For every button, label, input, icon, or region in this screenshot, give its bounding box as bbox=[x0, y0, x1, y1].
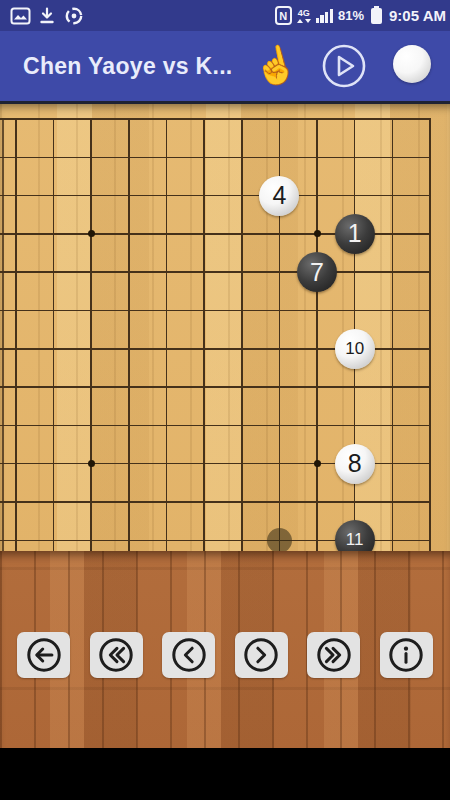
nfc-icon: N bbox=[275, 6, 292, 25]
fast-forward-button[interactable] bbox=[307, 632, 360, 678]
download-icon bbox=[38, 6, 56, 26]
stone-white-R10: 8 bbox=[335, 444, 375, 484]
stone-black-R8: 11 bbox=[335, 520, 375, 551]
grid-line bbox=[15, 118, 17, 551]
grid-line bbox=[0, 118, 431, 120]
chevron-right-icon bbox=[242, 636, 280, 674]
hand-pointer-icon: ☝ bbox=[249, 43, 301, 89]
status-time: 9:05 AM bbox=[389, 7, 446, 24]
stone-white-P17: 4 bbox=[259, 176, 299, 216]
sync-icon bbox=[63, 5, 85, 27]
grid-line bbox=[0, 195, 431, 197]
gallery-icon bbox=[10, 6, 31, 26]
grid-line bbox=[128, 118, 130, 551]
grid-line bbox=[90, 118, 92, 551]
grid-line bbox=[0, 386, 431, 388]
ghost-stone-P8 bbox=[267, 528, 292, 551]
info-button[interactable] bbox=[380, 632, 433, 678]
stone-move-number: 7 bbox=[310, 258, 324, 287]
next-move-button[interactable] bbox=[235, 632, 288, 678]
signal-strength-icon bbox=[316, 8, 333, 23]
go-to-start-button[interactable] bbox=[17, 632, 70, 678]
move-navigation-controls bbox=[17, 632, 433, 678]
grid-line bbox=[429, 118, 431, 551]
stone-black-R16: 1 bbox=[335, 214, 375, 254]
star-point bbox=[88, 230, 95, 237]
hand-pointer-button[interactable]: ☝ bbox=[252, 41, 298, 91]
grid-line bbox=[0, 157, 431, 159]
stone-move-number: 1 bbox=[348, 219, 362, 248]
star-point bbox=[314, 230, 321, 237]
grid-line bbox=[392, 118, 394, 551]
chevron-left-icon bbox=[170, 636, 208, 674]
grid-line bbox=[53, 118, 55, 551]
play-icon bbox=[320, 42, 368, 90]
double-chevron-left-icon bbox=[97, 636, 135, 674]
previous-move-button[interactable] bbox=[162, 632, 215, 678]
circle-arrow-left-icon bbox=[25, 636, 63, 674]
stone-move-number: 10 bbox=[345, 339, 364, 359]
status-bar: N 4G 81% 9:05 AM bbox=[0, 0, 450, 31]
star-point bbox=[88, 460, 95, 467]
battery-percent: 81% bbox=[338, 8, 364, 23]
go-board[interactable]: 14781011 bbox=[0, 101, 450, 551]
grid-line bbox=[241, 118, 243, 551]
battery-icon bbox=[371, 8, 382, 24]
grid-line bbox=[203, 118, 205, 551]
grid-line bbox=[0, 310, 431, 312]
grid-line bbox=[0, 271, 431, 273]
stone-move-number: 4 bbox=[272, 181, 286, 210]
mobile-data-icon: 4G bbox=[297, 9, 311, 23]
double-chevron-right-icon bbox=[315, 636, 353, 674]
stone-black-Q15: 7 bbox=[297, 252, 337, 292]
grid-line bbox=[0, 425, 431, 427]
stone-move-number: 8 bbox=[348, 449, 362, 478]
info-icon bbox=[387, 636, 425, 674]
board-edge-line bbox=[2, 118, 4, 551]
stone-white-R13: 10 bbox=[335, 329, 375, 369]
title-bar: Chen Yaoye vs K... ☝ bbox=[0, 31, 450, 101]
play-button[interactable] bbox=[320, 42, 368, 90]
star-point bbox=[314, 460, 321, 467]
android-nav-bar bbox=[0, 748, 450, 800]
stone-move-number: 11 bbox=[346, 530, 364, 550]
grid-line bbox=[0, 501, 431, 503]
floor-background bbox=[0, 551, 450, 748]
fast-rewind-button[interactable] bbox=[90, 632, 143, 678]
page-title: Chen Yaoye vs K... bbox=[23, 53, 233, 80]
turn-indicator-white-stone[interactable] bbox=[393, 45, 431, 83]
grid-line bbox=[316, 118, 318, 551]
grid-line bbox=[166, 118, 168, 551]
